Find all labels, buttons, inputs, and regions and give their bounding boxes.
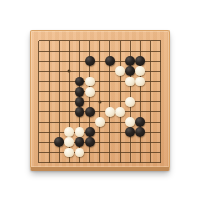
black-stone <box>135 117 145 127</box>
board-cell[interactable] <box>34 117 44 127</box>
board-cell[interactable] <box>145 107 155 117</box>
board-cell[interactable] <box>95 137 105 147</box>
board-cell[interactable] <box>115 137 125 147</box>
board-cell[interactable] <box>64 36 74 46</box>
board-cell[interactable] <box>85 137 95 147</box>
board-cell[interactable] <box>85 46 95 56</box>
white-stone <box>115 66 125 76</box>
board-cell[interactable] <box>115 127 125 137</box>
board-cell[interactable] <box>74 107 84 117</box>
black-stone <box>85 137 95 147</box>
board-cell[interactable] <box>54 97 64 107</box>
board-cell[interactable] <box>85 56 95 66</box>
board-cell[interactable] <box>115 76 125 86</box>
photo-backdrop <box>0 0 200 200</box>
board-cell[interactable] <box>85 87 95 97</box>
black-stone <box>75 87 85 97</box>
board-cell[interactable] <box>44 97 54 107</box>
board-cell[interactable] <box>95 107 105 117</box>
board-cell[interactable] <box>44 117 54 127</box>
black-stone <box>135 127 145 137</box>
black-stone <box>85 107 95 117</box>
board-cell[interactable] <box>74 117 84 127</box>
board-cell[interactable] <box>125 36 135 46</box>
board-cell[interactable] <box>135 107 145 117</box>
board-cell[interactable] <box>105 87 115 97</box>
board-cell[interactable] <box>34 36 44 46</box>
board-cell[interactable] <box>145 76 155 86</box>
board-cell[interactable] <box>85 107 95 117</box>
board-cell[interactable] <box>145 36 155 46</box>
black-stone <box>75 97 85 107</box>
board-cell[interactable] <box>54 56 64 66</box>
board-cell[interactable] <box>85 66 95 76</box>
board-cell[interactable] <box>54 66 64 76</box>
white-stone <box>64 148 74 158</box>
board-cell[interactable] <box>95 97 105 107</box>
board-cell[interactable] <box>95 87 105 97</box>
board-cell[interactable] <box>74 46 84 56</box>
board-cell[interactable] <box>54 147 64 157</box>
board-grid <box>34 36 166 168</box>
board-cell[interactable] <box>64 158 74 168</box>
board-cell[interactable] <box>156 76 166 86</box>
board-cell[interactable] <box>34 147 44 157</box>
board-cell[interactable] <box>64 97 74 107</box>
board-cell[interactable] <box>34 46 44 56</box>
board-cell[interactable] <box>64 56 74 66</box>
white-stone <box>125 97 135 107</box>
board-cell[interactable] <box>74 127 84 137</box>
board-cell[interactable] <box>105 66 115 76</box>
board-cell[interactable] <box>74 147 84 157</box>
board-cell[interactable] <box>44 46 54 56</box>
board-cell[interactable] <box>54 158 64 168</box>
board-cell[interactable] <box>34 137 44 147</box>
board-cell[interactable] <box>74 66 84 76</box>
board-cell[interactable] <box>44 158 54 168</box>
board-cell[interactable] <box>74 137 84 147</box>
board-cell[interactable] <box>125 147 135 157</box>
white-stone <box>75 127 85 137</box>
board-cell[interactable] <box>125 46 135 56</box>
board-cell[interactable] <box>125 66 135 76</box>
board-cell[interactable] <box>74 56 84 66</box>
black-stone <box>125 127 135 137</box>
board-cell[interactable] <box>135 127 145 137</box>
board-cell[interactable] <box>44 56 54 66</box>
board-cell[interactable] <box>105 56 115 66</box>
white-stone <box>95 117 105 127</box>
board-cell[interactable] <box>125 117 135 127</box>
board-cell[interactable] <box>115 147 125 157</box>
board-cell[interactable] <box>74 36 84 46</box>
board-cell[interactable] <box>145 137 155 147</box>
board-cell[interactable] <box>115 56 125 66</box>
board-cell[interactable] <box>74 158 84 168</box>
white-stone <box>64 137 74 147</box>
white-stone <box>85 87 95 97</box>
board-cell[interactable] <box>125 127 135 137</box>
board-cell[interactable] <box>156 46 166 56</box>
board-cell[interactable] <box>64 46 74 56</box>
board-cell[interactable] <box>145 46 155 56</box>
board-cell[interactable] <box>95 147 105 157</box>
board-cell[interactable] <box>95 56 105 66</box>
board-cell[interactable] <box>115 87 125 97</box>
board-cell[interactable] <box>135 147 145 157</box>
board-cell[interactable] <box>64 137 74 147</box>
board-cell[interactable] <box>135 97 145 107</box>
board-cell[interactable] <box>115 97 125 107</box>
board-cell[interactable] <box>54 46 64 56</box>
board-cell[interactable] <box>135 87 145 97</box>
board-cell[interactable] <box>74 97 84 107</box>
board-cell[interactable] <box>125 87 135 97</box>
board-cell[interactable] <box>44 127 54 137</box>
board-cell[interactable] <box>145 158 155 168</box>
board-cell[interactable] <box>135 36 145 46</box>
white-stone <box>115 107 125 117</box>
board-cell[interactable] <box>95 66 105 76</box>
board-cell[interactable] <box>125 56 135 66</box>
board-cell[interactable] <box>54 36 64 46</box>
board-cell[interactable] <box>156 36 166 46</box>
hoshi-point <box>98 100 101 103</box>
board-cell[interactable] <box>64 117 74 127</box>
board-cell[interactable] <box>156 97 166 107</box>
board-cell[interactable] <box>135 76 145 86</box>
board-cell[interactable] <box>54 87 64 97</box>
board-cell[interactable] <box>135 66 145 76</box>
board-cell[interactable] <box>34 107 44 117</box>
board-cell[interactable] <box>54 137 64 147</box>
board-cell[interactable] <box>156 66 166 76</box>
board-cell[interactable] <box>156 158 166 168</box>
board-cell[interactable] <box>105 158 115 168</box>
board-cell[interactable] <box>145 97 155 107</box>
board-cell[interactable] <box>125 76 135 86</box>
board-cell[interactable] <box>95 117 105 127</box>
board-cell[interactable] <box>74 76 84 86</box>
board-cell[interactable] <box>156 147 166 157</box>
board-cell[interactable] <box>105 36 115 46</box>
board-cell[interactable] <box>95 127 105 137</box>
board-cell[interactable] <box>105 117 115 127</box>
white-stone <box>85 77 95 87</box>
board-cell[interactable] <box>105 97 115 107</box>
board-cell[interactable] <box>105 76 115 86</box>
black-stone <box>75 137 85 147</box>
white-stone <box>105 107 115 117</box>
board-cell[interactable] <box>105 147 115 157</box>
board-cell[interactable] <box>135 137 145 147</box>
white-stone <box>125 117 135 127</box>
board-cell[interactable] <box>145 147 155 157</box>
black-stone <box>125 66 135 76</box>
white-stone <box>135 77 145 87</box>
board-cell[interactable] <box>115 158 125 168</box>
board-cell[interactable] <box>115 36 125 46</box>
board-cell[interactable] <box>85 117 95 127</box>
board-cell[interactable] <box>85 147 95 157</box>
board-cell[interactable] <box>125 97 135 107</box>
black-stone <box>85 56 95 66</box>
board-cell[interactable] <box>105 46 115 56</box>
board-cell[interactable] <box>125 107 135 117</box>
board-cell[interactable] <box>95 36 105 46</box>
board-cell[interactable] <box>156 127 166 137</box>
board-cell[interactable] <box>64 87 74 97</box>
hoshi-point <box>68 70 71 73</box>
board-cell[interactable] <box>34 87 44 97</box>
black-stone <box>54 137 64 147</box>
board-cell[interactable] <box>125 158 135 168</box>
black-stone <box>85 127 95 137</box>
black-stone <box>125 56 135 66</box>
board-cell[interactable] <box>64 76 74 86</box>
board-cell[interactable] <box>85 97 95 107</box>
board-cell[interactable] <box>85 127 95 137</box>
board-cell[interactable] <box>64 127 74 137</box>
board-cell[interactable] <box>34 76 44 86</box>
board-cell[interactable] <box>135 117 145 127</box>
board-cell[interactable] <box>115 66 125 76</box>
board-cell[interactable] <box>145 87 155 97</box>
board-cell[interactable] <box>156 117 166 127</box>
board-cell[interactable] <box>44 137 54 147</box>
black-stone <box>105 56 115 66</box>
black-stone <box>75 77 85 87</box>
board-cell[interactable] <box>145 56 155 66</box>
board-cell[interactable] <box>135 56 145 66</box>
board-cell[interactable] <box>64 66 74 76</box>
board-cell[interactable] <box>156 56 166 66</box>
board-cell[interactable] <box>44 87 54 97</box>
board-cell[interactable] <box>95 158 105 168</box>
board-cell[interactable] <box>44 147 54 157</box>
board-cell[interactable] <box>54 117 64 127</box>
board-cell[interactable] <box>34 127 44 137</box>
white-stone <box>135 66 145 76</box>
white-stone <box>64 127 74 137</box>
black-stone <box>135 56 145 66</box>
board-cell[interactable] <box>145 66 155 76</box>
board-cell[interactable] <box>115 117 125 127</box>
board-cell[interactable] <box>105 107 115 117</box>
board-cell[interactable] <box>34 158 44 168</box>
board-cell[interactable] <box>156 87 166 97</box>
board-cell[interactable] <box>105 137 115 147</box>
board-cell[interactable] <box>135 158 145 168</box>
board-cell[interactable] <box>34 56 44 66</box>
board-cell[interactable] <box>156 107 166 117</box>
board-cell[interactable] <box>64 107 74 117</box>
board-cell[interactable] <box>44 66 54 76</box>
board-cell[interactable] <box>145 117 155 127</box>
board-cell[interactable] <box>115 46 125 56</box>
board-cell[interactable] <box>85 158 95 168</box>
board-cell[interactable] <box>74 87 84 97</box>
board-cell[interactable] <box>95 76 105 86</box>
board-cell[interactable] <box>85 76 95 86</box>
board-cell[interactable] <box>156 137 166 147</box>
board-cell[interactable] <box>85 36 95 46</box>
board-cell[interactable] <box>95 46 105 56</box>
board-cell[interactable] <box>54 76 64 86</box>
board-cell[interactable] <box>34 66 44 76</box>
board-cell[interactable] <box>44 76 54 86</box>
board-cell[interactable] <box>64 147 74 157</box>
board-cell[interactable] <box>115 107 125 117</box>
board-cell[interactable] <box>125 137 135 147</box>
board-cell[interactable] <box>44 36 54 46</box>
white-stone <box>75 148 85 158</box>
board-cell[interactable] <box>34 97 44 107</box>
white-stone <box>125 77 135 87</box>
board-cell[interactable] <box>44 107 54 117</box>
board-cell[interactable] <box>54 127 64 137</box>
board-cell[interactable] <box>105 127 115 137</box>
board-cell[interactable] <box>54 107 64 117</box>
goban <box>30 30 170 171</box>
black-stone <box>75 107 85 117</box>
board-cell[interactable] <box>145 127 155 137</box>
board-cell[interactable] <box>135 46 145 56</box>
